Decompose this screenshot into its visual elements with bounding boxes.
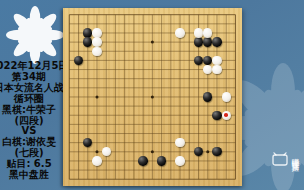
stone-white-R13 — [212, 65, 221, 74]
stone-white-D15 — [92, 47, 101, 56]
stone-white-N3 — [175, 156, 184, 165]
tv-icon — [272, 152, 288, 166]
stone-white-P17 — [194, 28, 203, 37]
stone-white-D17 — [92, 28, 101, 37]
stone-white-R14 — [212, 56, 221, 65]
stone-black-J3 — [138, 156, 147, 165]
stone-white-D3 — [92, 156, 101, 165]
stone-white-N17 — [175, 28, 184, 37]
stone-black-Q10 — [203, 92, 212, 101]
stone-black-P16 — [194, 37, 203, 46]
stone-black-R8 — [212, 111, 221, 120]
stone-black-C17 — [83, 28, 92, 37]
stone-white-Q17 — [203, 28, 212, 37]
stone-black-L3 — [157, 156, 166, 165]
stone-white-N5 — [175, 138, 184, 147]
stone-white-S10 — [222, 92, 231, 101]
stone-black-R16 — [212, 37, 221, 46]
stone-black-R4 — [212, 147, 221, 156]
last-move-marker — [224, 113, 228, 117]
watermark-text: 哔哩哔哩直播姬 — [291, 152, 300, 184]
bilibili-watermark: 哔哩哔哩直播姬 — [272, 152, 300, 184]
stone-white-S8 — [222, 111, 231, 120]
go-board — [63, 8, 242, 186]
flower-logo — [6, 4, 64, 66]
stone-white-D16 — [92, 37, 101, 46]
video-frame: 2022年12月5日第34期日本女流名人战循环圈黑棋:牛荣子(四段)VS白棋:谢… — [0, 0, 304, 190]
